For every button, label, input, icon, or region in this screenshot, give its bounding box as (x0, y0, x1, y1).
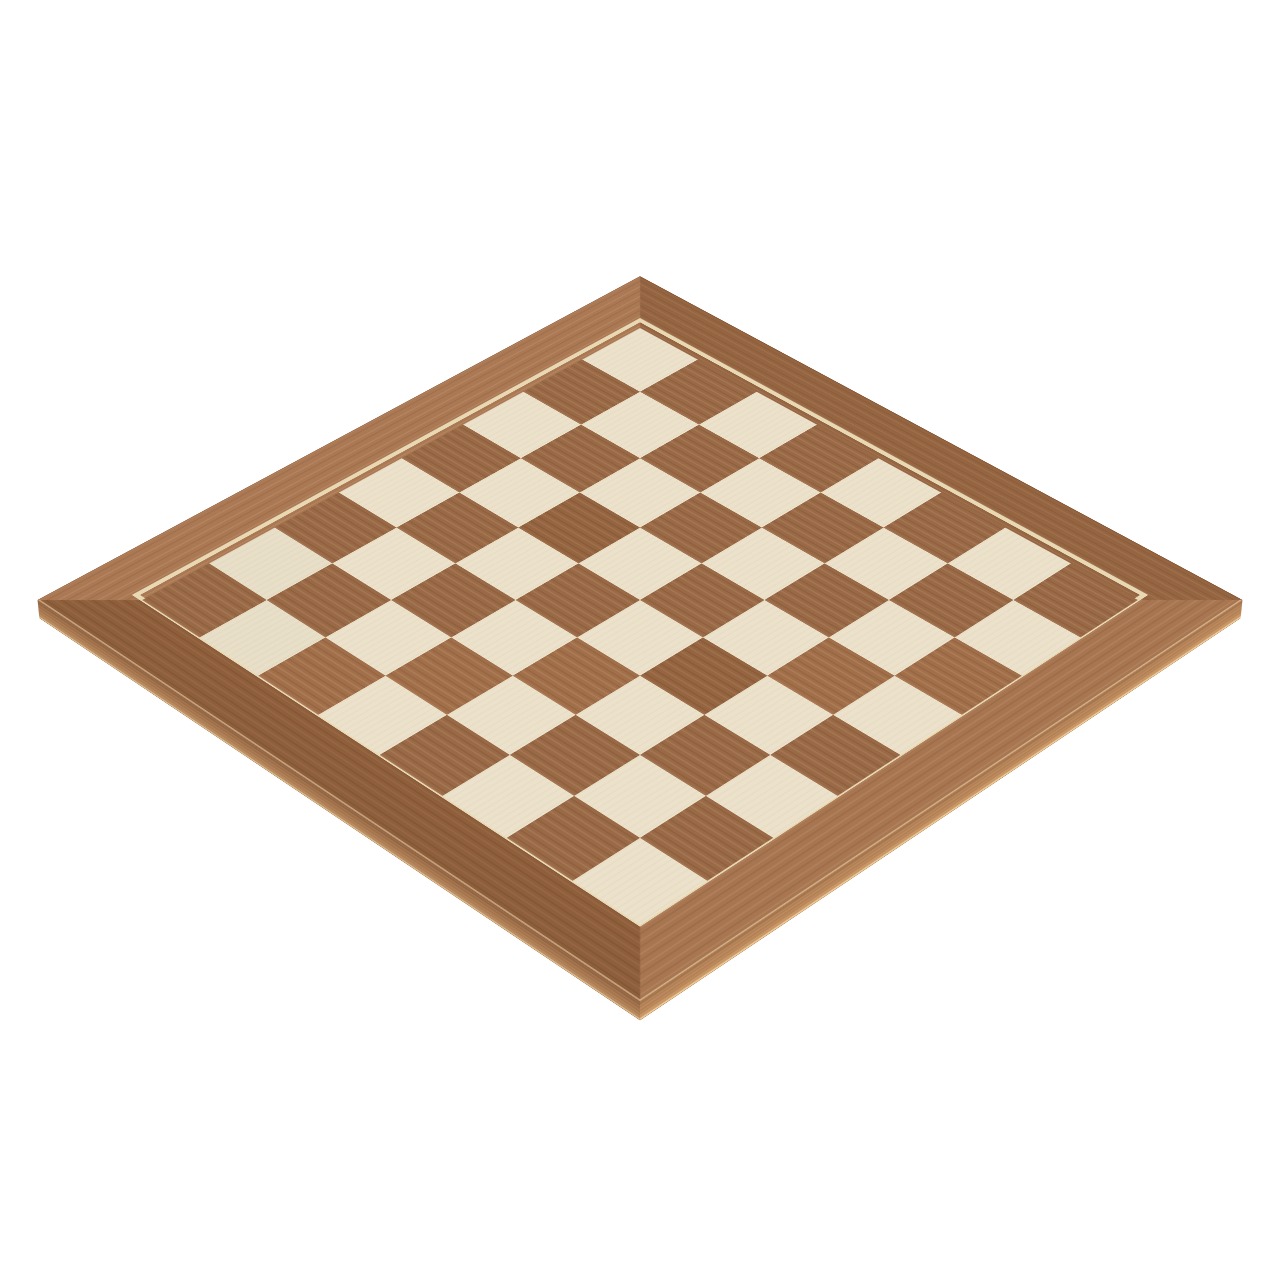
board-scene (0, 0, 1280, 1280)
playing-field (142, 328, 1138, 925)
chess-board (38, 276, 1243, 1001)
photo-background (0, 0, 1280, 1280)
